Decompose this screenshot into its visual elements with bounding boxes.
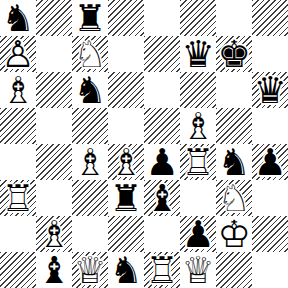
square-f1[interactable]: ♛♕ [180, 252, 216, 288]
white-rook-glyph: ♖ [144, 252, 180, 288]
square-c6[interactable]: ♞♞ [72, 72, 108, 108]
white-bishop-a6: ♝♗ [0, 72, 36, 108]
white-queen-c1: ♛♕ [72, 252, 108, 288]
piece-halo: ♜ [180, 144, 216, 180]
piece-halo: ♛ [72, 252, 108, 288]
square-e1[interactable]: ♜♖ [144, 252, 180, 288]
square-e4[interactable]: ♟♟ [144, 144, 180, 180]
white-bishop-f5: ♝♗ [180, 108, 216, 144]
square-g6[interactable] [216, 72, 252, 108]
piece-halo: ♜ [72, 0, 108, 36]
square-h4[interactable]: ♟♟ [252, 144, 288, 180]
white-bishop-c4: ♝♗ [72, 144, 108, 180]
piece-halo: ♟ [180, 216, 216, 252]
white-queen-glyph: ♕ [72, 252, 108, 288]
square-d1[interactable]: ♞♞ [108, 252, 144, 288]
piece-halo: ♛ [180, 252, 216, 288]
black-knight-glyph: ♞ [0, 0, 36, 36]
square-a4[interactable] [0, 144, 36, 180]
white-bishop-glyph: ♗ [72, 144, 108, 180]
square-e3[interactable]: ♝♝ [144, 180, 180, 216]
square-f3[interactable] [180, 180, 216, 216]
square-h1[interactable] [252, 252, 288, 288]
black-pawn-glyph: ♟ [144, 144, 180, 180]
square-d3[interactable]: ♜♜ [108, 180, 144, 216]
square-g3[interactable]: ♞♘ [216, 180, 252, 216]
square-e5[interactable] [144, 108, 180, 144]
white-bishop-glyph: ♗ [108, 144, 144, 180]
white-bishop-d4: ♝♗ [108, 144, 144, 180]
black-pawn-h4: ♟♟ [252, 144, 288, 180]
chess-board: ♞♞♜♜♟♙♞♘♛♛♚♚♝♗♞♞♛♛♝♗♝♗♝♗♟♟♜♖♞♞♟♟♜♖♜♜♝♝♞♘… [0, 0, 288, 288]
piece-halo: ♞ [108, 252, 144, 288]
square-g8[interactable] [216, 0, 252, 36]
black-rook-d3: ♜♜ [108, 180, 144, 216]
square-h5[interactable] [252, 108, 288, 144]
white-knight-glyph: ♘ [72, 36, 108, 72]
white-knight-c7: ♞♘ [72, 36, 108, 72]
square-g2[interactable]: ♚♔ [216, 216, 252, 252]
white-pawn-glyph: ♙ [0, 36, 36, 72]
square-b6[interactable] [36, 72, 72, 108]
square-a5[interactable] [0, 108, 36, 144]
square-c3[interactable] [72, 180, 108, 216]
piece-halo: ♝ [0, 72, 36, 108]
black-pawn-glyph: ♟ [252, 144, 288, 180]
white-pawn-a7: ♟♙ [0, 36, 36, 72]
black-bishop-e3: ♝♝ [144, 180, 180, 216]
square-a2[interactable] [0, 216, 36, 252]
black-bishop-glyph: ♝ [144, 180, 180, 216]
piece-halo: ♜ [144, 252, 180, 288]
black-king-glyph: ♚ [216, 36, 252, 72]
piece-halo: ♜ [0, 180, 36, 216]
square-d8[interactable] [108, 0, 144, 36]
piece-halo: ♞ [0, 0, 36, 36]
square-g1[interactable] [216, 252, 252, 288]
square-b2[interactable]: ♝♗ [36, 216, 72, 252]
square-b5[interactable] [36, 108, 72, 144]
white-queen-f1: ♛♕ [180, 252, 216, 288]
square-d2[interactable] [108, 216, 144, 252]
black-queen-f7: ♛♛ [180, 36, 216, 72]
square-c2[interactable] [72, 216, 108, 252]
black-rook-glyph: ♜ [72, 0, 108, 36]
square-b7[interactable] [36, 36, 72, 72]
black-knight-glyph: ♞ [216, 144, 252, 180]
black-queen-glyph: ♛ [252, 72, 288, 108]
black-knight-glyph: ♞ [72, 72, 108, 108]
black-queen-h6: ♛♛ [252, 72, 288, 108]
white-bishop-glyph: ♗ [0, 72, 36, 108]
black-bishop-b1: ♝♝ [36, 252, 72, 288]
square-e6[interactable] [144, 72, 180, 108]
black-knight-glyph: ♞ [108, 252, 144, 288]
square-a3[interactable]: ♜♖ [0, 180, 36, 216]
white-bishop-glyph: ♗ [36, 216, 72, 252]
square-d4[interactable]: ♝♗ [108, 144, 144, 180]
square-h2[interactable] [252, 216, 288, 252]
square-h7[interactable] [252, 36, 288, 72]
piece-halo: ♝ [144, 180, 180, 216]
square-f8[interactable] [180, 0, 216, 36]
square-g4[interactable]: ♞♞ [216, 144, 252, 180]
square-a8[interactable]: ♞♞ [0, 0, 36, 36]
square-c8[interactable]: ♜♜ [72, 0, 108, 36]
white-knight-g3: ♞♘ [216, 180, 252, 216]
square-h6[interactable]: ♛♛ [252, 72, 288, 108]
piece-halo: ♛ [252, 72, 288, 108]
square-c7[interactable]: ♞♘ [72, 36, 108, 72]
black-pawn-e4: ♟♟ [144, 144, 180, 180]
square-a1[interactable] [0, 252, 36, 288]
piece-halo: ♞ [216, 180, 252, 216]
white-queen-glyph: ♕ [180, 252, 216, 288]
square-h8[interactable] [252, 0, 288, 36]
square-f4[interactable]: ♜♖ [180, 144, 216, 180]
square-b4[interactable] [36, 144, 72, 180]
piece-halo: ♚ [216, 36, 252, 72]
piece-halo: ♝ [108, 144, 144, 180]
black-knight-a8: ♞♞ [0, 0, 36, 36]
piece-halo: ♝ [36, 216, 72, 252]
white-rook-e1: ♜♖ [144, 252, 180, 288]
white-bishop-glyph: ♗ [180, 108, 216, 144]
square-h3[interactable] [252, 180, 288, 216]
square-c5[interactable] [72, 108, 108, 144]
square-e8[interactable] [144, 0, 180, 36]
square-a7[interactable]: ♟♙ [0, 36, 36, 72]
black-rook-glyph: ♜ [108, 180, 144, 216]
black-knight-c6: ♞♞ [72, 72, 108, 108]
square-b1[interactable]: ♝♝ [36, 252, 72, 288]
square-f2[interactable]: ♟♟ [180, 216, 216, 252]
white-king-glyph: ♔ [216, 216, 252, 252]
piece-halo: ♟ [0, 36, 36, 72]
square-d7[interactable] [108, 36, 144, 72]
black-pawn-glyph: ♟ [180, 216, 216, 252]
square-b3[interactable] [36, 180, 72, 216]
white-knight-glyph: ♘ [216, 180, 252, 216]
square-a6[interactable]: ♝♗ [0, 72, 36, 108]
white-rook-glyph: ♖ [0, 180, 36, 216]
black-bishop-glyph: ♝ [36, 252, 72, 288]
black-knight-g4: ♞♞ [216, 144, 252, 180]
piece-halo: ♜ [108, 180, 144, 216]
white-bishop-b2: ♝♗ [36, 216, 72, 252]
piece-halo: ♝ [180, 108, 216, 144]
piece-halo: ♞ [72, 72, 108, 108]
piece-halo: ♞ [72, 36, 108, 72]
piece-halo: ♞ [216, 144, 252, 180]
piece-halo: ♝ [36, 252, 72, 288]
square-e7[interactable] [144, 36, 180, 72]
white-rook-f4: ♜♖ [180, 144, 216, 180]
square-f6[interactable] [180, 72, 216, 108]
square-d5[interactable] [108, 108, 144, 144]
square-c1[interactable]: ♛♕ [72, 252, 108, 288]
black-pawn-f2: ♟♟ [180, 216, 216, 252]
square-g5[interactable] [216, 108, 252, 144]
square-d6[interactable] [108, 72, 144, 108]
piece-halo: ♟ [252, 144, 288, 180]
square-b8[interactable] [36, 0, 72, 36]
piece-halo: ♚ [216, 216, 252, 252]
black-queen-glyph: ♛ [180, 36, 216, 72]
white-king-g2: ♚♔ [216, 216, 252, 252]
square-f5[interactable]: ♝♗ [180, 108, 216, 144]
white-rook-glyph: ♖ [180, 144, 216, 180]
piece-halo: ♟ [144, 144, 180, 180]
square-g7[interactable]: ♚♚ [216, 36, 252, 72]
black-rook-c8: ♜♜ [72, 0, 108, 36]
black-knight-d1: ♞♞ [108, 252, 144, 288]
white-rook-a3: ♜♖ [0, 180, 36, 216]
black-king-g7: ♚♚ [216, 36, 252, 72]
piece-halo: ♛ [180, 36, 216, 72]
square-c4[interactable]: ♝♗ [72, 144, 108, 180]
square-e2[interactable] [144, 216, 180, 252]
square-f7[interactable]: ♛♛ [180, 36, 216, 72]
piece-halo: ♝ [72, 144, 108, 180]
